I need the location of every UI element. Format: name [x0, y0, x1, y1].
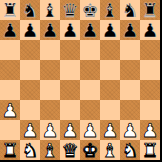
white-pawn[interactable]: ♟ [141, 120, 158, 140]
square-b8[interactable]: ♞ [20, 0, 40, 20]
square-d7[interactable]: ♟ [60, 20, 80, 40]
white-pawn[interactable]: ♟ [21, 120, 38, 140]
square-b3[interactable] [20, 100, 40, 120]
black-pawn[interactable]: ♟ [141, 20, 158, 40]
square-h3[interactable] [140, 100, 160, 120]
black-queen[interactable]: ♛ [61, 0, 78, 20]
black-pawn[interactable]: ♟ [1, 20, 18, 40]
square-h4[interactable] [140, 80, 160, 100]
square-e5[interactable] [80, 60, 100, 80]
square-b1[interactable]: ♞ [20, 140, 40, 160]
black-pawn[interactable]: ♟ [61, 20, 78, 40]
black-bishop[interactable]: ♝ [41, 0, 58, 20]
square-g3[interactable] [120, 100, 140, 120]
white-rook[interactable]: ♜ [1, 140, 18, 160]
square-e7[interactable]: ♟ [80, 20, 100, 40]
white-knight[interactable]: ♞ [21, 140, 38, 160]
chess-board-frame: ♜♞♝♛♚♝♞♜♟♟♟♟♟♟♟♟♟♟♟♟♟♟♟♟♜♞♝♛♚♝♞♜ [0, 0, 162, 162]
square-h2[interactable]: ♟ [140, 120, 160, 140]
chess-board: ♜♞♝♛♚♝♞♜♟♟♟♟♟♟♟♟♟♟♟♟♟♟♟♟♜♞♝♛♚♝♞♜ [0, 0, 160, 160]
white-queen[interactable]: ♛ [61, 140, 78, 160]
square-b6[interactable] [20, 40, 40, 60]
square-a4[interactable] [0, 80, 20, 100]
square-d5[interactable] [60, 60, 80, 80]
white-king[interactable]: ♚ [81, 140, 98, 160]
white-pawn[interactable]: ♟ [81, 120, 98, 140]
white-pawn[interactable]: ♟ [101, 120, 118, 140]
square-g1[interactable]: ♞ [120, 140, 140, 160]
square-c5[interactable] [40, 60, 60, 80]
white-knight[interactable]: ♞ [121, 140, 138, 160]
black-pawn[interactable]: ♟ [41, 20, 58, 40]
black-pawn[interactable]: ♟ [101, 20, 118, 40]
square-a5[interactable] [0, 60, 20, 80]
black-rook[interactable]: ♜ [141, 0, 158, 20]
square-d6[interactable] [60, 40, 80, 60]
black-king[interactable]: ♚ [81, 0, 98, 20]
white-pawn[interactable]: ♟ [121, 120, 138, 140]
square-c1[interactable]: ♝ [40, 140, 60, 160]
square-h6[interactable] [140, 40, 160, 60]
black-pawn[interactable]: ♟ [21, 20, 38, 40]
black-pawn[interactable]: ♟ [121, 20, 138, 40]
square-e1[interactable]: ♚ [80, 140, 100, 160]
square-a3[interactable]: ♟ [0, 100, 20, 120]
square-c8[interactable]: ♝ [40, 0, 60, 20]
square-e3[interactable] [80, 100, 100, 120]
square-d8[interactable]: ♛ [60, 0, 80, 20]
square-c7[interactable]: ♟ [40, 20, 60, 40]
square-d4[interactable] [60, 80, 80, 100]
black-knight[interactable]: ♞ [121, 0, 138, 20]
black-pawn[interactable]: ♟ [81, 20, 98, 40]
square-d1[interactable]: ♛ [60, 140, 80, 160]
square-a7[interactable]: ♟ [0, 20, 20, 40]
square-b4[interactable] [20, 80, 40, 100]
square-c4[interactable] [40, 80, 60, 100]
square-g5[interactable] [120, 60, 140, 80]
square-b2[interactable]: ♟ [20, 120, 40, 140]
square-f5[interactable] [100, 60, 120, 80]
square-f8[interactable]: ♝ [100, 0, 120, 20]
square-a6[interactable] [0, 40, 20, 60]
square-b7[interactable]: ♟ [20, 20, 40, 40]
white-bishop[interactable]: ♝ [101, 140, 118, 160]
black-bishop[interactable]: ♝ [101, 0, 118, 20]
square-a1[interactable]: ♜ [0, 140, 20, 160]
square-f2[interactable]: ♟ [100, 120, 120, 140]
square-c6[interactable] [40, 40, 60, 60]
square-e8[interactable]: ♚ [80, 0, 100, 20]
square-g2[interactable]: ♟ [120, 120, 140, 140]
square-g6[interactable] [120, 40, 140, 60]
black-rook[interactable]: ♜ [1, 0, 18, 20]
square-e6[interactable] [80, 40, 100, 60]
white-rook[interactable]: ♜ [141, 140, 158, 160]
square-d3[interactable] [60, 100, 80, 120]
square-d2[interactable]: ♟ [60, 120, 80, 140]
square-a8[interactable]: ♜ [0, 0, 20, 20]
square-g7[interactable]: ♟ [120, 20, 140, 40]
square-e4[interactable] [80, 80, 100, 100]
square-c2[interactable]: ♟ [40, 120, 60, 140]
square-f3[interactable] [100, 100, 120, 120]
square-f4[interactable] [100, 80, 120, 100]
white-bishop[interactable]: ♝ [41, 140, 58, 160]
square-f7[interactable]: ♟ [100, 20, 120, 40]
square-h5[interactable] [140, 60, 160, 80]
square-h8[interactable]: ♜ [140, 0, 160, 20]
square-g8[interactable]: ♞ [120, 0, 140, 20]
white-pawn[interactable]: ♟ [1, 100, 18, 120]
square-h7[interactable]: ♟ [140, 20, 160, 40]
white-pawn[interactable]: ♟ [41, 120, 58, 140]
black-knight[interactable]: ♞ [21, 0, 38, 20]
square-f1[interactable]: ♝ [100, 140, 120, 160]
square-e2[interactable]: ♟ [80, 120, 100, 140]
square-f6[interactable] [100, 40, 120, 60]
square-a2[interactable] [0, 120, 20, 140]
square-h1[interactable]: ♜ [140, 140, 160, 160]
white-pawn[interactable]: ♟ [61, 120, 78, 140]
square-c3[interactable] [40, 100, 60, 120]
square-b5[interactable] [20, 60, 40, 80]
square-g4[interactable] [120, 80, 140, 100]
